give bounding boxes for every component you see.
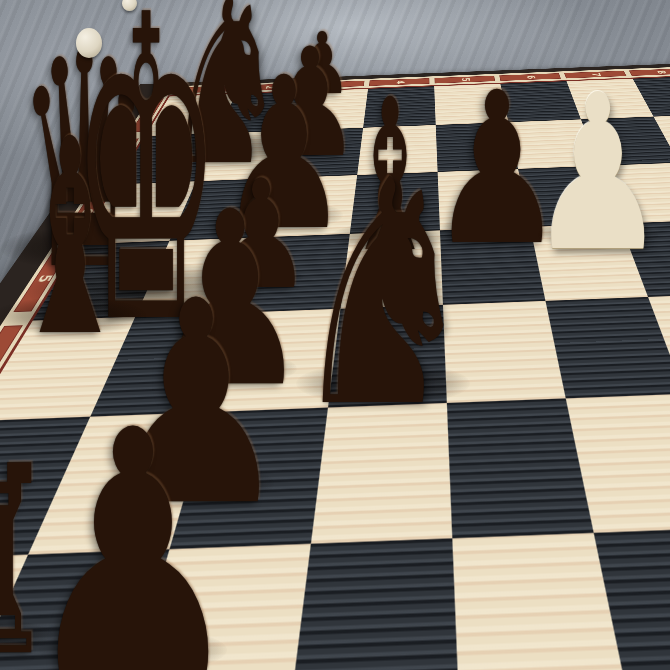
- queen-finial: [76, 28, 102, 58]
- square-d2: [286, 538, 460, 670]
- piece-black-knight-c4: ♞: [289, 140, 478, 450]
- chess-photo-stage: 12345678 87654321 ♟♟♞♛♟♟♟♟♝♚♝♟♞♟♜♟: [0, 0, 670, 670]
- piece-black-pawn-b2: ♟: [20, 387, 245, 670]
- square-f4: [545, 297, 670, 398]
- piece-white-pawn-g6: ♟: [529, 66, 668, 281]
